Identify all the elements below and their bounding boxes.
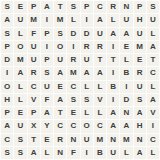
grid-cell[interactable]: O: [1, 81, 13, 93]
grid-cell[interactable]: S: [81, 94, 93, 106]
grid-cell[interactable]: T: [28, 134, 40, 146]
grid-cell[interactable]: S: [1, 1, 13, 13]
grid-cell[interactable]: C: [67, 120, 79, 132]
grid-cell[interactable]: I: [67, 41, 79, 53]
grid-cell[interactable]: D: [120, 94, 132, 106]
grid-cell[interactable]: S: [1, 28, 13, 40]
grid-cell[interactable]: C: [147, 67, 159, 79]
grid-cell[interactable]: U: [147, 14, 159, 26]
grid-cell[interactable]: Y: [41, 120, 53, 132]
grid-cell[interactable]: N: [134, 134, 146, 146]
grid-cell[interactable]: U: [94, 28, 106, 40]
grid-cell[interactable]: L: [147, 28, 159, 40]
grid-cell[interactable]: A: [107, 120, 119, 132]
grid-cell[interactable]: E: [41, 134, 53, 146]
grid-cell[interactable]: A: [120, 28, 132, 40]
grid-cell[interactable]: L: [107, 14, 119, 26]
grid-cell[interactable]: R: [94, 41, 106, 53]
grid-cell[interactable]: S: [41, 67, 53, 79]
grid-cell[interactable]: C: [67, 81, 79, 93]
word-search-grid: SEPATSPCRNPSAUMIMLIALUHUSLFPSDDUAAULPOUI…: [0, 0, 160, 160]
grid-cell[interactable]: T: [94, 54, 106, 66]
grid-cell[interactable]: I: [81, 147, 93, 159]
grid-cell[interactable]: P: [1, 107, 13, 119]
grid-cell[interactable]: F: [41, 94, 53, 106]
grid-cell[interactable]: A: [1, 14, 13, 26]
grid-cell[interactable]: N: [107, 134, 119, 146]
grid-cell[interactable]: L: [67, 14, 79, 26]
grid-cell[interactable]: A: [134, 107, 146, 119]
grid-cell[interactable]: U: [28, 41, 40, 53]
grid-cell[interactable]: B: [94, 147, 106, 159]
grid-cell[interactable]: S: [67, 94, 79, 106]
grid-cell[interactable]: D: [1, 54, 13, 66]
grid-cell[interactable]: S: [134, 94, 146, 106]
grid-cell[interactable]: A: [41, 107, 53, 119]
grid-cell[interactable]: M: [28, 14, 40, 26]
grid-cell[interactable]: A: [54, 67, 66, 79]
grid-cell[interactable]: N: [67, 134, 79, 146]
grid-cell[interactable]: S: [14, 134, 26, 146]
grid-cell[interactable]: T: [54, 1, 66, 13]
grid-cell[interactable]: B: [107, 81, 119, 93]
grid-cell[interactable]: M: [134, 41, 146, 53]
grid-cell[interactable]: N: [120, 1, 132, 13]
grid-cell[interactable]: U: [134, 81, 146, 93]
grid-cell[interactable]: T: [107, 54, 119, 66]
grid-cell[interactable]: A: [107, 107, 119, 119]
grid-cell[interactable]: I: [41, 14, 53, 26]
grid-cell[interactable]: U: [81, 54, 93, 66]
grid-cell[interactable]: O: [14, 41, 26, 53]
grid-cell[interactable]: X: [28, 120, 40, 132]
grid-cell[interactable]: L: [94, 81, 106, 93]
grid-cell[interactable]: E: [67, 107, 79, 119]
grid-cell[interactable]: A: [94, 67, 106, 79]
grid-cell[interactable]: R: [107, 1, 119, 13]
grid-cell[interactable]: P: [1, 41, 13, 53]
grid-cell[interactable]: H: [134, 120, 146, 132]
grid-cell[interactable]: P: [28, 1, 40, 13]
grid-cell[interactable]: I: [1, 67, 13, 79]
grid-cell[interactable]: H: [1, 94, 13, 106]
grid-cell[interactable]: H: [134, 14, 146, 26]
grid-cell[interactable]: L: [120, 147, 132, 159]
grid-cell[interactable]: C: [94, 1, 106, 13]
grid-cell[interactable]: C: [147, 134, 159, 146]
grid-cell[interactable]: U: [134, 28, 146, 40]
grid-cell[interactable]: C: [1, 134, 13, 146]
grid-cell[interactable]: L: [41, 147, 53, 159]
grid-cell[interactable]: A: [28, 147, 40, 159]
grid-cell[interactable]: S: [14, 147, 26, 159]
grid-cell[interactable]: D: [81, 28, 93, 40]
grid-cell[interactable]: A: [147, 41, 159, 53]
grid-cell[interactable]: D: [67, 28, 79, 40]
grid-cell[interactable]: M: [54, 14, 66, 26]
grid-cell[interactable]: L: [120, 54, 132, 66]
grid-cell[interactable]: U: [81, 134, 93, 146]
grid-cell[interactable]: E: [134, 54, 146, 66]
grid-cell[interactable]: U: [28, 54, 40, 66]
grid-cell[interactable]: V: [147, 107, 159, 119]
grid-cell[interactable]: I: [81, 14, 93, 26]
grid-cell[interactable]: T: [54, 107, 66, 119]
grid-cell[interactable]: P: [41, 28, 53, 40]
grid-cell[interactable]: L: [81, 81, 93, 93]
grid-cell[interactable]: L: [94, 107, 106, 119]
grid-cell[interactable]: N: [54, 147, 66, 159]
grid-cell[interactable]: E: [14, 1, 26, 13]
grid-cell[interactable]: V: [94, 94, 106, 106]
grid-cell[interactable]: L: [14, 28, 26, 40]
grid-cell[interactable]: M: [14, 54, 26, 66]
grid-cell[interactable]: A: [107, 28, 119, 40]
grid-cell[interactable]: R: [134, 67, 146, 79]
grid-cell[interactable]: O: [54, 41, 66, 53]
grid-cell[interactable]: I: [41, 41, 53, 53]
grid-cell[interactable]: I: [107, 94, 119, 106]
grid-cell[interactable]: L: [14, 94, 26, 106]
grid-cell[interactable]: R: [67, 54, 79, 66]
grid-cell[interactable]: A: [81, 67, 93, 79]
grid-cell[interactable]: C: [94, 120, 106, 132]
grid-cell[interactable]: S: [147, 1, 159, 13]
grid-cell[interactable]: R: [28, 67, 40, 79]
grid-cell[interactable]: U: [107, 147, 119, 159]
grid-cell[interactable]: S: [54, 28, 66, 40]
grid-cell[interactable]: A: [134, 147, 146, 159]
grid-cell[interactable]: P: [134, 1, 146, 13]
grid-cell[interactable]: P: [81, 1, 93, 13]
grid-cell[interactable]: M: [120, 134, 132, 146]
grid-cell[interactable]: R: [81, 41, 93, 53]
grid-cell[interactable]: C: [28, 81, 40, 93]
grid-cell[interactable]: A: [54, 94, 66, 106]
grid-cell[interactable]: C: [54, 120, 66, 132]
grid-cell[interactable]: A: [14, 67, 26, 79]
grid-cell[interactable]: A: [41, 1, 53, 13]
grid-cell[interactable]: P: [41, 54, 53, 66]
grid-cell[interactable]: S: [1, 147, 13, 159]
grid-cell[interactable]: A: [94, 14, 106, 26]
grid-cell[interactable]: B: [120, 67, 132, 79]
grid-cell[interactable]: U: [14, 14, 26, 26]
grid-cell[interactable]: U: [54, 54, 66, 66]
grid-cell[interactable]: U: [120, 14, 132, 26]
grid-cell[interactable]: I: [120, 81, 132, 93]
grid-cell[interactable]: P: [28, 107, 40, 119]
grid-cell[interactable]: R: [54, 134, 66, 146]
grid-cell[interactable]: T: [147, 54, 159, 66]
grid-cell[interactable]: A: [147, 94, 159, 106]
grid-cell[interactable]: U: [14, 120, 26, 132]
grid-cell[interactable]: I: [107, 41, 119, 53]
grid-cell[interactable]: U: [41, 81, 53, 93]
grid-cell[interactable]: F: [28, 28, 40, 40]
grid-cell[interactable]: S: [67, 1, 79, 13]
grid-cell[interactable]: A: [120, 120, 132, 132]
grid-cell[interactable]: E: [54, 81, 66, 93]
grid-cell[interactable]: I: [107, 67, 119, 79]
grid-cell[interactable]: L: [147, 147, 159, 159]
grid-cell[interactable]: E: [14, 107, 26, 119]
grid-cell[interactable]: N: [120, 107, 132, 119]
grid-cell[interactable]: L: [14, 81, 26, 93]
grid-cell[interactable]: M: [94, 134, 106, 146]
grid-cell[interactable]: A: [1, 120, 13, 132]
grid-cell[interactable]: L: [81, 107, 93, 119]
grid-cell[interactable]: I: [147, 120, 159, 132]
grid-cell[interactable]: F: [67, 147, 79, 159]
grid-cell[interactable]: E: [120, 41, 132, 53]
grid-cell[interactable]: M: [67, 67, 79, 79]
grid-cell[interactable]: O: [81, 120, 93, 132]
grid-cell[interactable]: L: [147, 81, 159, 93]
grid-cell[interactable]: V: [28, 94, 40, 106]
